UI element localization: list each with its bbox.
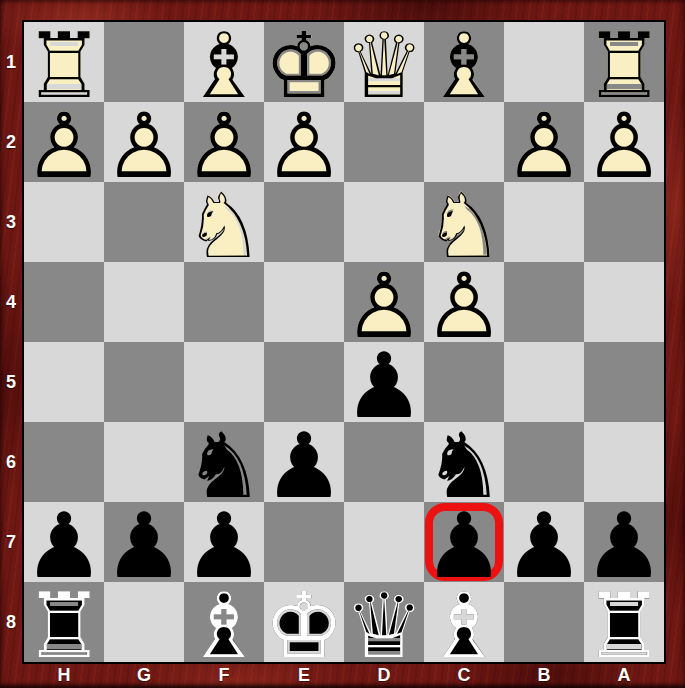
square-h7[interactable]: ♟ xyxy=(24,502,104,582)
square-c5[interactable] xyxy=(424,342,504,422)
rank-label-2: 2 xyxy=(0,102,22,182)
piece-body-glyph: ♟ xyxy=(424,506,504,586)
file-label-f: F xyxy=(184,664,264,686)
piece-detail-glyph: ♙ xyxy=(584,106,664,186)
square-e1[interactable]: ♚♔ xyxy=(264,22,344,102)
file-label-c: C xyxy=(424,664,504,686)
square-a2[interactable]: ♟♙ xyxy=(584,102,664,182)
chess-board: ♜♖♝♗♚♔♛♕♝♗♜♖♟♙♟♙♟♙♟♙♟♙♟♙♞♘♞♘♟♙♟♙♟♞♟♞♟♟♟♟… xyxy=(22,20,666,664)
square-f7[interactable]: ♟ xyxy=(184,502,264,582)
piece-body-glyph: ♞ xyxy=(424,426,504,506)
square-h3[interactable] xyxy=(24,182,104,262)
square-a3[interactable] xyxy=(584,182,664,262)
square-b4[interactable] xyxy=(504,262,584,342)
piece-body-glyph: ♟ xyxy=(424,266,504,346)
square-e5[interactable] xyxy=(264,342,344,422)
piece-body-glyph: ♟ xyxy=(264,426,344,506)
piece-body-glyph: ♝ xyxy=(424,586,504,666)
square-b3[interactable] xyxy=(504,182,584,262)
square-c6[interactable]: ♞ xyxy=(424,422,504,502)
piece-body-glyph: ♟ xyxy=(584,506,664,586)
rank-label-8: 8 xyxy=(0,582,22,662)
file-label-e: E xyxy=(264,664,344,686)
square-e4[interactable] xyxy=(264,262,344,342)
piece-detail-glyph: ♖ xyxy=(24,26,104,106)
square-f6[interactable]: ♞ xyxy=(184,422,264,502)
piece-body-glyph: ♚ xyxy=(264,26,344,106)
square-f5[interactable] xyxy=(184,342,264,422)
piece-body-glyph: ♜ xyxy=(584,586,664,666)
square-a5[interactable] xyxy=(584,342,664,422)
board-frame: 12345678 HGFEDCBA ♜♖♝♗♚♔♛♕♝♗♜♖♟♙♟♙♟♙♟♙♟♙… xyxy=(0,0,685,688)
square-d3[interactable] xyxy=(344,182,424,262)
square-b1[interactable] xyxy=(504,22,584,102)
file-label-a: A xyxy=(584,664,664,686)
square-h6[interactable] xyxy=(24,422,104,502)
piece-body-glyph: ♟ xyxy=(344,346,424,426)
piece-body-glyph: ♛ xyxy=(344,26,424,106)
square-b5[interactable] xyxy=(504,342,584,422)
square-b8[interactable] xyxy=(504,582,584,662)
square-c3[interactable]: ♞♘ xyxy=(424,182,504,262)
square-a7[interactable]: ♟ xyxy=(584,502,664,582)
square-c7[interactable]: ♟ xyxy=(424,502,504,582)
square-d6[interactable] xyxy=(344,422,424,502)
square-h1[interactable]: ♜♖ xyxy=(24,22,104,102)
square-d1[interactable]: ♛♕ xyxy=(344,22,424,102)
square-g3[interactable] xyxy=(104,182,184,262)
piece-body-glyph: ♟ xyxy=(24,106,104,186)
piece-body-glyph: ♛ xyxy=(344,586,424,666)
piece-body-glyph: ♜ xyxy=(24,26,104,106)
piece-detail-glyph: ♙ xyxy=(504,106,584,186)
square-a6[interactable] xyxy=(584,422,664,502)
square-e3[interactable] xyxy=(264,182,344,262)
piece-body-glyph: ♝ xyxy=(424,26,504,106)
piece-body-glyph: ♚ xyxy=(264,586,344,666)
square-b7[interactable]: ♟ xyxy=(504,502,584,582)
file-label-d: D xyxy=(344,664,424,686)
piece-body-glyph: ♟ xyxy=(584,106,664,186)
square-h8[interactable]: ♜♖ xyxy=(24,582,104,662)
piece-detail-glyph: ♕ xyxy=(344,586,424,666)
square-h2[interactable]: ♟♙ xyxy=(24,102,104,182)
piece-detail-glyph: ♙ xyxy=(264,106,344,186)
piece-body-glyph: ♟ xyxy=(104,506,184,586)
piece-body-glyph: ♟ xyxy=(24,506,104,586)
square-g1[interactable] xyxy=(104,22,184,102)
square-b6[interactable] xyxy=(504,422,584,502)
square-a1[interactable]: ♜♖ xyxy=(584,22,664,102)
square-d5[interactable]: ♟ xyxy=(344,342,424,422)
square-h4[interactable] xyxy=(24,262,104,342)
rank-label-6: 6 xyxy=(0,422,22,502)
piece-detail-glyph: ♔ xyxy=(264,586,344,666)
square-g4[interactable] xyxy=(104,262,184,342)
piece-detail-glyph: ♕ xyxy=(344,26,424,106)
piece-body-glyph: ♟ xyxy=(504,106,584,186)
square-d2[interactable] xyxy=(344,102,424,182)
square-d8[interactable]: ♛♕ xyxy=(344,582,424,662)
square-e6[interactable]: ♟ xyxy=(264,422,344,502)
square-g2[interactable]: ♟♙ xyxy=(104,102,184,182)
piece-detail-glyph: ♙ xyxy=(24,106,104,186)
highlight-ring-c7 xyxy=(425,503,503,581)
rank-label-4: 4 xyxy=(0,262,22,342)
piece-body-glyph: ♝ xyxy=(184,26,264,106)
square-c8[interactable]: ♝♗ xyxy=(424,582,504,662)
rank-label-1: 1 xyxy=(0,22,22,102)
file-label-h: H xyxy=(24,664,104,686)
square-f1[interactable]: ♝♗ xyxy=(184,22,264,102)
square-h5[interactable] xyxy=(24,342,104,422)
file-label-g: G xyxy=(104,664,184,686)
square-f8[interactable]: ♝♗ xyxy=(184,582,264,662)
piece-detail-glyph: ♙ xyxy=(184,106,264,186)
piece-body-glyph: ♟ xyxy=(184,506,264,586)
piece-body-glyph: ♟ xyxy=(104,106,184,186)
piece-detail-glyph: ♖ xyxy=(24,586,104,666)
piece-detail-glyph: ♗ xyxy=(424,586,504,666)
piece-body-glyph: ♜ xyxy=(24,586,104,666)
square-c4[interactable]: ♟♙ xyxy=(424,262,504,342)
piece-body-glyph: ♟ xyxy=(184,106,264,186)
piece-detail-glyph: ♖ xyxy=(584,586,664,666)
piece-detail-glyph: ♔ xyxy=(264,26,344,106)
file-label-b: B xyxy=(504,664,584,686)
square-a8[interactable]: ♜♖ xyxy=(584,582,664,662)
square-b2[interactable]: ♟♙ xyxy=(504,102,584,182)
piece-detail-glyph: ♖ xyxy=(584,26,664,106)
square-f4[interactable] xyxy=(184,262,264,342)
square-d7[interactable] xyxy=(344,502,424,582)
square-g6[interactable] xyxy=(104,422,184,502)
piece-body-glyph: ♟ xyxy=(504,506,584,586)
piece-detail-glyph: ♘ xyxy=(184,186,264,266)
piece-body-glyph: ♜ xyxy=(584,26,664,106)
piece-detail-glyph: ♙ xyxy=(344,266,424,346)
square-g7[interactable]: ♟ xyxy=(104,502,184,582)
piece-body-glyph: ♞ xyxy=(184,426,264,506)
rank-label-7: 7 xyxy=(0,502,22,582)
square-d4[interactable]: ♟♙ xyxy=(344,262,424,342)
piece-detail-glyph: ♘ xyxy=(424,186,504,266)
rank-label-5: 5 xyxy=(0,342,22,422)
square-e8[interactable]: ♚♔ xyxy=(264,582,344,662)
square-g8[interactable] xyxy=(104,582,184,662)
piece-body-glyph: ♞ xyxy=(424,186,504,266)
square-g5[interactable] xyxy=(104,342,184,422)
piece-body-glyph: ♟ xyxy=(344,266,424,346)
square-c2[interactable] xyxy=(424,102,504,182)
square-a4[interactable] xyxy=(584,262,664,342)
piece-body-glyph: ♝ xyxy=(184,586,264,666)
piece-detail-glyph: ♗ xyxy=(424,26,504,106)
square-e2[interactable]: ♟♙ xyxy=(264,102,344,182)
piece-detail-glyph: ♙ xyxy=(104,106,184,186)
square-c1[interactable]: ♝♗ xyxy=(424,22,504,102)
square-f2[interactable]: ♟♙ xyxy=(184,102,264,182)
square-f3[interactable]: ♞♘ xyxy=(184,182,264,262)
square-e7[interactable] xyxy=(264,502,344,582)
piece-detail-glyph: ♗ xyxy=(184,586,264,666)
piece-detail-glyph: ♙ xyxy=(424,266,504,346)
rank-label-3: 3 xyxy=(0,182,22,262)
piece-detail-glyph: ♗ xyxy=(184,26,264,106)
piece-body-glyph: ♞ xyxy=(184,186,264,266)
piece-body-glyph: ♟ xyxy=(264,106,344,186)
